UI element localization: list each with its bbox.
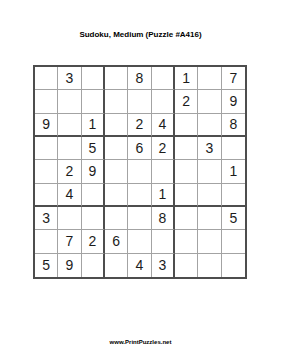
cell-r8c7[interactable] [175, 230, 198, 253]
cell-r7c7[interactable] [175, 207, 198, 230]
cell-r3c1: 9 [35, 114, 58, 137]
cell-r2c1[interactable] [35, 90, 58, 113]
cell-r2c3[interactable] [82, 90, 105, 113]
cell-r4c5: 6 [128, 137, 151, 160]
cell-r7c2[interactable] [58, 207, 81, 230]
cell-r3c7[interactable] [175, 114, 198, 137]
cell-r1c3[interactable] [82, 67, 105, 90]
cell-r9c9[interactable] [222, 254, 245, 277]
cell-r2c5[interactable] [128, 90, 151, 113]
cell-r9c1: 5 [35, 254, 58, 277]
cell-r4c3: 5 [82, 137, 105, 160]
cell-r8c6[interactable] [152, 230, 175, 253]
cell-r4c1[interactable] [35, 137, 58, 160]
cell-r8c8[interactable] [198, 230, 221, 253]
cell-r6c6: 1 [152, 184, 175, 207]
cell-r6c3[interactable] [82, 184, 105, 207]
cell-r3c9: 8 [222, 114, 245, 137]
cell-r6c9[interactable] [222, 184, 245, 207]
cell-r8c2: 7 [58, 230, 81, 253]
cell-r2c8[interactable] [198, 90, 221, 113]
cell-r1c6[interactable] [152, 67, 175, 90]
cell-r7c1: 3 [35, 207, 58, 230]
cell-r4c8: 3 [198, 137, 221, 160]
cell-r4c7[interactable] [175, 137, 198, 160]
cell-r3c2[interactable] [58, 114, 81, 137]
cell-r5c5[interactable] [128, 160, 151, 183]
cell-r3c5: 2 [128, 114, 151, 137]
cell-r1c7: 1 [175, 67, 198, 90]
page-title: Sudoku, Medium (Puzzle #A416) [0, 30, 281, 40]
cell-r2c2[interactable] [58, 90, 81, 113]
cell-r6c1[interactable] [35, 184, 58, 207]
cell-r9c3[interactable] [82, 254, 105, 277]
cell-r1c5: 8 [128, 67, 151, 90]
cell-r3c3: 1 [82, 114, 105, 137]
cell-r9c5: 4 [128, 254, 151, 277]
cell-r1c9: 7 [222, 67, 245, 90]
cell-r9c4[interactable] [105, 254, 128, 277]
cell-r7c8[interactable] [198, 207, 221, 230]
cell-r8c5[interactable] [128, 230, 151, 253]
cell-r3c8[interactable] [198, 114, 221, 137]
cell-r2c7: 2 [175, 90, 198, 113]
cell-r5c8[interactable] [198, 160, 221, 183]
cell-r1c1[interactable] [35, 67, 58, 90]
cell-r5c7[interactable] [175, 160, 198, 183]
cell-r6c4[interactable] [105, 184, 128, 207]
cell-r9c6: 3 [152, 254, 175, 277]
cell-r8c3: 2 [82, 230, 105, 253]
cell-r5c9: 1 [222, 160, 245, 183]
cell-r6c7[interactable] [175, 184, 198, 207]
cell-r4c9[interactable] [222, 137, 245, 160]
cell-r5c4[interactable] [105, 160, 128, 183]
cell-r4c2[interactable] [58, 137, 81, 160]
cell-r1c4[interactable] [105, 67, 128, 90]
cell-r9c2: 9 [58, 254, 81, 277]
cell-r6c2: 4 [58, 184, 81, 207]
footer-url: www.PrintPuzzles.net [0, 338, 281, 346]
cell-r8c9[interactable] [222, 230, 245, 253]
cell-r5c1[interactable] [35, 160, 58, 183]
cell-r2c9: 9 [222, 90, 245, 113]
cell-r6c5[interactable] [128, 184, 151, 207]
cell-r9c7[interactable] [175, 254, 198, 277]
cell-r8c1[interactable] [35, 230, 58, 253]
cell-r5c2: 2 [58, 160, 81, 183]
cell-r8c4: 6 [105, 230, 128, 253]
cell-r4c6: 2 [152, 137, 175, 160]
sudoku-board: 381729912485623291413857265943 [33, 65, 247, 279]
cell-r2c4[interactable] [105, 90, 128, 113]
cell-r3c4[interactable] [105, 114, 128, 137]
cell-r7c9: 5 [222, 207, 245, 230]
cell-r2c6[interactable] [152, 90, 175, 113]
cell-r7c3[interactable] [82, 207, 105, 230]
cell-r7c6: 8 [152, 207, 175, 230]
cell-r9c8[interactable] [198, 254, 221, 277]
cell-r4c4[interactable] [105, 137, 128, 160]
cell-r6c8[interactable] [198, 184, 221, 207]
cell-r5c3: 9 [82, 160, 105, 183]
cell-r5c6[interactable] [152, 160, 175, 183]
cell-r7c4[interactable] [105, 207, 128, 230]
cell-r1c8[interactable] [198, 67, 221, 90]
cell-r1c2: 3 [58, 67, 81, 90]
cell-r7c5[interactable] [128, 207, 151, 230]
cell-r3c6: 4 [152, 114, 175, 137]
